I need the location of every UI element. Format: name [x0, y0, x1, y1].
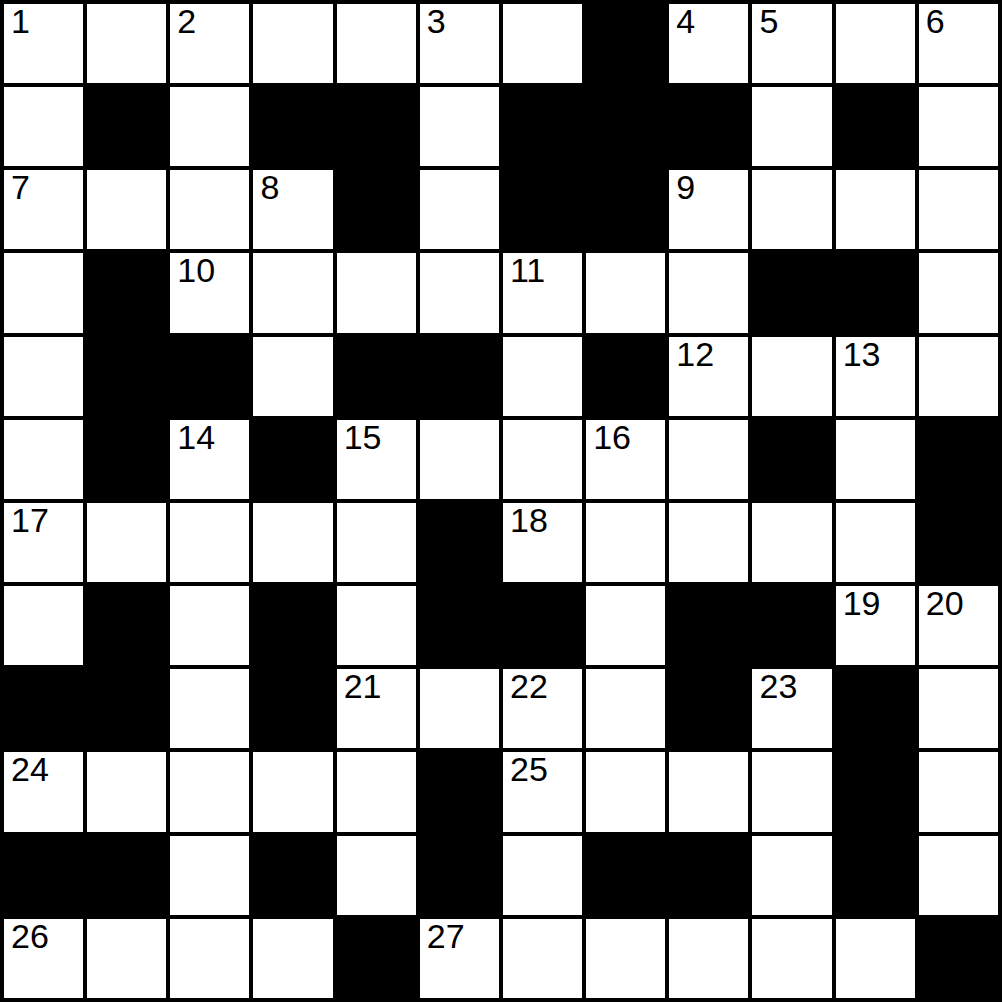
clue-number-16: 16 [593, 418, 631, 456]
white-cell-r1c5[interactable] [337, 4, 416, 83]
clue-number-18: 18 [510, 501, 548, 539]
clue-number-26: 26 [11, 917, 49, 955]
clue-number-22: 22 [510, 667, 548, 705]
black-cell-r9c11 [836, 669, 915, 748]
white-cell-r6c5[interactable]: 15 [337, 420, 416, 499]
black-cell-r7c6 [420, 503, 499, 582]
white-cell-r5c4[interactable] [253, 337, 332, 416]
white-cell-r3c11[interactable] [836, 170, 915, 249]
white-cell-r9c12[interactable] [919, 669, 998, 748]
white-cell-r5c10[interactable] [752, 337, 831, 416]
white-cell-r5c1[interactable] [4, 337, 83, 416]
clue-number-5: 5 [759, 2, 778, 40]
white-cell-r1c1[interactable]: 1 [4, 4, 83, 83]
white-cell-r1c4[interactable] [253, 4, 332, 83]
black-cell-r8c9 [669, 586, 748, 665]
white-cell-r5c12[interactable] [919, 337, 998, 416]
black-cell-r1c8 [586, 4, 665, 83]
black-cell-r10c11 [836, 752, 915, 831]
clue-number-1: 1 [11, 2, 30, 40]
white-cell-r1c12[interactable]: 6 [919, 4, 998, 83]
clue-number-8: 8 [260, 168, 279, 206]
black-cell-r11c8 [586, 836, 665, 915]
white-cell-r12c3[interactable] [170, 919, 249, 998]
white-cell-r8c5[interactable] [337, 586, 416, 665]
white-cell-r11c10[interactable] [752, 836, 831, 915]
white-cell-r6c7[interactable] [503, 420, 582, 499]
white-cell-r10c4[interactable] [253, 752, 332, 831]
white-cell-r3c3[interactable] [170, 170, 249, 249]
white-cell-r4c9[interactable] [669, 253, 748, 332]
white-cell-r2c12[interactable] [919, 87, 998, 166]
black-cell-r7c12 [919, 503, 998, 582]
white-cell-r1c3[interactable]: 2 [170, 4, 249, 83]
white-cell-r10c7[interactable]: 25 [503, 752, 582, 831]
black-cell-r9c9 [669, 669, 748, 748]
black-cell-r5c8 [586, 337, 665, 416]
black-cell-r6c2 [87, 420, 166, 499]
black-cell-r11c9 [669, 836, 748, 915]
white-cell-r1c10[interactable]: 5 [752, 4, 831, 83]
white-cell-r3c9[interactable]: 9 [669, 170, 748, 249]
black-cell-r5c2 [87, 337, 166, 416]
white-cell-r5c11[interactable]: 13 [836, 337, 915, 416]
white-cell-r11c3[interactable] [170, 836, 249, 915]
black-cell-r3c5 [337, 170, 416, 249]
black-cell-r10c6 [420, 752, 499, 831]
white-cell-r4c8[interactable] [586, 253, 665, 332]
white-cell-r12c6[interactable]: 27 [420, 919, 499, 998]
black-cell-r11c2 [87, 836, 166, 915]
white-cell-r6c8[interactable]: 16 [586, 420, 665, 499]
white-cell-r3c10[interactable] [752, 170, 831, 249]
white-cell-r7c4[interactable] [253, 503, 332, 582]
black-cell-r9c2 [87, 669, 166, 748]
black-cell-r8c10 [752, 586, 831, 665]
black-cell-r8c7 [503, 586, 582, 665]
black-cell-r6c4 [253, 420, 332, 499]
white-cell-r10c10[interactable] [752, 752, 831, 831]
white-cell-r4c1[interactable] [4, 253, 83, 332]
black-cell-r5c5 [337, 337, 416, 416]
black-cell-r11c4 [253, 836, 332, 915]
white-cell-r9c6[interactable] [420, 669, 499, 748]
white-cell-r4c3[interactable]: 10 [170, 253, 249, 332]
white-cell-r5c7[interactable] [503, 337, 582, 416]
black-cell-r2c11 [836, 87, 915, 166]
white-cell-r2c1[interactable] [4, 87, 83, 166]
white-cell-r4c4[interactable] [253, 253, 332, 332]
white-cell-r1c2[interactable] [87, 4, 166, 83]
black-cell-r2c4 [253, 87, 332, 166]
clue-number-10: 10 [177, 251, 215, 289]
white-cell-r9c7[interactable]: 22 [503, 669, 582, 748]
clue-number-2: 2 [177, 2, 196, 40]
white-cell-r9c3[interactable] [170, 669, 249, 748]
clue-number-12: 12 [676, 335, 714, 373]
white-cell-r12c4[interactable] [253, 919, 332, 998]
white-cell-r7c7[interactable]: 18 [503, 503, 582, 582]
clue-number-7: 7 [11, 168, 30, 206]
white-cell-r1c11[interactable] [836, 4, 915, 83]
clue-number-27: 27 [427, 917, 465, 955]
black-cell-r9c1 [4, 669, 83, 748]
white-cell-r4c7[interactable]: 11 [503, 253, 582, 332]
black-cell-r8c6 [420, 586, 499, 665]
white-cell-r12c8[interactable] [586, 919, 665, 998]
white-cell-r11c12[interactable] [919, 836, 998, 915]
clue-number-6: 6 [926, 2, 945, 40]
black-cell-r3c8 [586, 170, 665, 249]
crossword-grid: 1234567891011121314151617181920212223242… [0, 0, 1002, 1002]
black-cell-r12c12 [919, 919, 998, 998]
white-cell-r12c2[interactable] [87, 919, 166, 998]
white-cell-r12c11[interactable] [836, 919, 915, 998]
white-cell-r4c12[interactable] [919, 253, 998, 332]
white-cell-r12c1[interactable]: 26 [4, 919, 83, 998]
black-cell-r11c11 [836, 836, 915, 915]
clue-number-4: 4 [676, 2, 695, 40]
black-cell-r11c6 [420, 836, 499, 915]
clue-number-11: 11 [510, 251, 545, 289]
white-cell-r8c8[interactable] [586, 586, 665, 665]
white-cell-r1c9[interactable]: 4 [669, 4, 748, 83]
white-cell-r7c3[interactable] [170, 503, 249, 582]
clue-number-3: 3 [427, 2, 446, 40]
white-cell-r2c3[interactable] [170, 87, 249, 166]
white-cell-r10c12[interactable] [919, 752, 998, 831]
white-cell-r3c2[interactable] [87, 170, 166, 249]
black-cell-r5c3 [170, 337, 249, 416]
white-cell-r7c2[interactable] [87, 503, 166, 582]
white-cell-r11c5[interactable] [337, 836, 416, 915]
clue-number-23: 23 [759, 667, 797, 705]
white-cell-r12c7[interactable] [503, 919, 582, 998]
clue-number-19: 19 [843, 584, 881, 622]
white-cell-r7c8[interactable] [586, 503, 665, 582]
black-cell-r4c10 [752, 253, 831, 332]
white-cell-r3c6[interactable] [420, 170, 499, 249]
black-cell-r2c2 [87, 87, 166, 166]
black-cell-r6c10 [752, 420, 831, 499]
white-cell-r10c3[interactable] [170, 752, 249, 831]
white-cell-r12c9[interactable] [669, 919, 748, 998]
white-cell-r8c1[interactable] [4, 586, 83, 665]
white-cell-r3c12[interactable] [919, 170, 998, 249]
white-cell-r2c10[interactable] [752, 87, 831, 166]
white-cell-r1c6[interactable]: 3 [420, 4, 499, 83]
white-cell-r10c8[interactable] [586, 752, 665, 831]
white-cell-r12c10[interactable] [752, 919, 831, 998]
black-cell-r2c7 [503, 87, 582, 166]
white-cell-r7c1[interactable]: 17 [4, 503, 83, 582]
white-cell-r3c1[interactable]: 7 [4, 170, 83, 249]
clue-number-25: 25 [510, 750, 548, 788]
clue-number-13: 13 [843, 335, 881, 373]
black-cell-r2c9 [669, 87, 748, 166]
white-cell-r6c3[interactable]: 14 [170, 420, 249, 499]
white-cell-r10c5[interactable] [337, 752, 416, 831]
clue-number-15: 15 [344, 418, 382, 456]
black-cell-r6c12 [919, 420, 998, 499]
white-cell-r9c10[interactable]: 23 [752, 669, 831, 748]
white-cell-r1c7[interactable] [503, 4, 582, 83]
white-cell-r6c1[interactable] [4, 420, 83, 499]
black-cell-r3c7 [503, 170, 582, 249]
white-cell-r7c5[interactable] [337, 503, 416, 582]
black-cell-r2c8 [586, 87, 665, 166]
white-cell-r6c6[interactable] [420, 420, 499, 499]
white-cell-r10c1[interactable]: 24 [4, 752, 83, 831]
black-cell-r8c4 [253, 586, 332, 665]
white-cell-r7c11[interactable] [836, 503, 915, 582]
black-cell-r9c4 [253, 669, 332, 748]
clue-number-21: 21 [344, 667, 382, 705]
clue-number-9: 9 [676, 168, 695, 206]
white-cell-r10c2[interactable] [87, 752, 166, 831]
white-cell-r7c10[interactable] [752, 503, 831, 582]
white-cell-r11c7[interactable] [503, 836, 582, 915]
white-cell-r4c5[interactable] [337, 253, 416, 332]
black-cell-r4c11 [836, 253, 915, 332]
black-cell-r11c1 [4, 836, 83, 915]
white-cell-r3c4[interactable]: 8 [253, 170, 332, 249]
white-cell-r7c9[interactable] [669, 503, 748, 582]
clue-number-17: 17 [11, 501, 49, 539]
white-cell-r2c6[interactable] [420, 87, 499, 166]
black-cell-r12c5 [337, 919, 416, 998]
white-cell-r9c8[interactable] [586, 669, 665, 748]
clue-number-14: 14 [177, 418, 215, 456]
black-cell-r2c5 [337, 87, 416, 166]
white-cell-r9c5[interactable]: 21 [337, 669, 416, 748]
white-cell-r4c6[interactable] [420, 253, 499, 332]
clue-number-24: 24 [11, 750, 49, 788]
black-cell-r4c2 [87, 253, 166, 332]
white-cell-r6c9[interactable] [669, 420, 748, 499]
white-cell-r6c11[interactable] [836, 420, 915, 499]
white-cell-r10c9[interactable] [669, 752, 748, 831]
black-cell-r5c6 [420, 337, 499, 416]
black-cell-r8c2 [87, 586, 166, 665]
clue-number-20: 20 [926, 584, 964, 622]
white-cell-r8c3[interactable] [170, 586, 249, 665]
white-cell-r8c12[interactable]: 20 [919, 586, 998, 665]
white-cell-r8c11[interactable]: 19 [836, 586, 915, 665]
white-cell-r5c9[interactable]: 12 [669, 337, 748, 416]
